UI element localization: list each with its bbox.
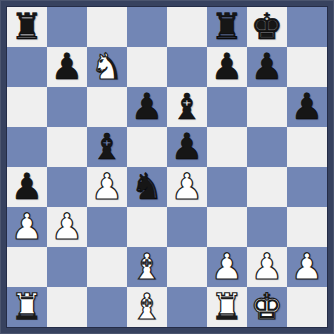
square-c4[interactable]: ♟ — [87, 167, 127, 207]
square-a1[interactable]: ♜ — [7, 287, 47, 327]
square-g4[interactable] — [247, 167, 287, 207]
piece-black-king[interactable]: ♚ — [251, 7, 283, 47]
piece-black-pawn[interactable]: ♟ — [291, 87, 323, 127]
square-c1[interactable] — [87, 287, 127, 327]
square-b8[interactable] — [47, 7, 87, 47]
square-b1[interactable] — [47, 287, 87, 327]
chess-board-frame: ♜♜♚♟♞♟♟♟♝♟♝♟♟♟♞♟♟♟♝♟♟♟♜♝♜♚ — [0, 0, 334, 334]
piece-black-rook[interactable]: ♜ — [211, 7, 243, 47]
square-h8[interactable] — [287, 7, 327, 47]
square-e2[interactable] — [167, 247, 207, 287]
square-b5[interactable] — [47, 127, 87, 167]
square-e7[interactable] — [167, 47, 207, 87]
square-f7[interactable]: ♟ — [207, 47, 247, 87]
piece-white-pawn[interactable]: ♟ — [11, 207, 43, 247]
square-b7[interactable]: ♟ — [47, 47, 87, 87]
square-f4[interactable] — [207, 167, 247, 207]
square-f1[interactable]: ♜ — [207, 287, 247, 327]
piece-black-bishop[interactable]: ♝ — [171, 87, 203, 127]
square-g1[interactable]: ♚ — [247, 287, 287, 327]
square-h5[interactable] — [287, 127, 327, 167]
square-g6[interactable] — [247, 87, 287, 127]
square-e6[interactable]: ♝ — [167, 87, 207, 127]
piece-black-pawn[interactable]: ♟ — [131, 87, 163, 127]
square-a7[interactable] — [7, 47, 47, 87]
piece-black-pawn[interactable]: ♟ — [51, 47, 83, 87]
square-d1[interactable]: ♝ — [127, 287, 167, 327]
piece-white-bishop[interactable]: ♝ — [131, 247, 163, 287]
piece-black-pawn[interactable]: ♟ — [171, 127, 203, 167]
piece-black-knight[interactable]: ♞ — [131, 167, 163, 207]
piece-black-rook[interactable]: ♜ — [11, 7, 43, 47]
square-h4[interactable] — [287, 167, 327, 207]
square-c2[interactable] — [87, 247, 127, 287]
piece-white-rook[interactable]: ♜ — [11, 287, 43, 327]
piece-white-bishop[interactable]: ♝ — [131, 287, 163, 327]
square-f3[interactable] — [207, 207, 247, 247]
square-c3[interactable] — [87, 207, 127, 247]
square-h2[interactable]: ♟ — [287, 247, 327, 287]
square-b4[interactable] — [47, 167, 87, 207]
piece-black-pawn[interactable]: ♟ — [11, 167, 43, 207]
piece-black-pawn[interactable]: ♟ — [211, 47, 243, 87]
square-g8[interactable]: ♚ — [247, 7, 287, 47]
square-c6[interactable] — [87, 87, 127, 127]
piece-black-bishop[interactable]: ♝ — [91, 127, 123, 167]
piece-white-pawn[interactable]: ♟ — [91, 167, 123, 207]
square-e5[interactable]: ♟ — [167, 127, 207, 167]
square-b3[interactable]: ♟ — [47, 207, 87, 247]
square-g7[interactable]: ♟ — [247, 47, 287, 87]
square-a2[interactable] — [7, 247, 47, 287]
piece-white-pawn[interactable]: ♟ — [251, 247, 283, 287]
piece-white-pawn[interactable]: ♟ — [211, 247, 243, 287]
square-d7[interactable] — [127, 47, 167, 87]
square-h6[interactable]: ♟ — [287, 87, 327, 127]
square-h3[interactable] — [287, 207, 327, 247]
square-a3[interactable]: ♟ — [7, 207, 47, 247]
square-e1[interactable] — [167, 287, 207, 327]
square-a5[interactable] — [7, 127, 47, 167]
square-d3[interactable] — [127, 207, 167, 247]
square-e8[interactable] — [167, 7, 207, 47]
square-f8[interactable]: ♜ — [207, 7, 247, 47]
square-c7[interactable]: ♞ — [87, 47, 127, 87]
piece-white-pawn[interactable]: ♟ — [291, 247, 323, 287]
square-g3[interactable] — [247, 207, 287, 247]
square-f2[interactable]: ♟ — [207, 247, 247, 287]
square-a6[interactable] — [7, 87, 47, 127]
square-d6[interactable]: ♟ — [127, 87, 167, 127]
square-e3[interactable] — [167, 207, 207, 247]
square-d8[interactable] — [127, 7, 167, 47]
square-c5[interactable]: ♝ — [87, 127, 127, 167]
square-d2[interactable]: ♝ — [127, 247, 167, 287]
square-g2[interactable]: ♟ — [247, 247, 287, 287]
piece-white-pawn[interactable]: ♟ — [51, 207, 83, 247]
chess-board: ♜♜♚♟♞♟♟♟♝♟♝♟♟♟♞♟♟♟♝♟♟♟♜♝♜♚ — [7, 7, 327, 327]
square-b6[interactable] — [47, 87, 87, 127]
square-g5[interactable] — [247, 127, 287, 167]
square-a8[interactable]: ♜ — [7, 7, 47, 47]
square-d5[interactable] — [127, 127, 167, 167]
square-e4[interactable]: ♟ — [167, 167, 207, 207]
piece-white-king[interactable]: ♚ — [251, 287, 283, 327]
piece-white-pawn[interactable]: ♟ — [171, 167, 203, 207]
piece-white-rook[interactable]: ♜ — [211, 287, 243, 327]
square-d4[interactable]: ♞ — [127, 167, 167, 207]
square-f5[interactable] — [207, 127, 247, 167]
piece-black-pawn[interactable]: ♟ — [251, 47, 283, 87]
square-a4[interactable]: ♟ — [7, 167, 47, 207]
square-h7[interactable] — [287, 47, 327, 87]
square-b2[interactable] — [47, 247, 87, 287]
square-h1[interactable] — [287, 287, 327, 327]
square-f6[interactable] — [207, 87, 247, 127]
square-c8[interactable] — [87, 7, 127, 47]
piece-white-knight[interactable]: ♞ — [91, 47, 123, 87]
